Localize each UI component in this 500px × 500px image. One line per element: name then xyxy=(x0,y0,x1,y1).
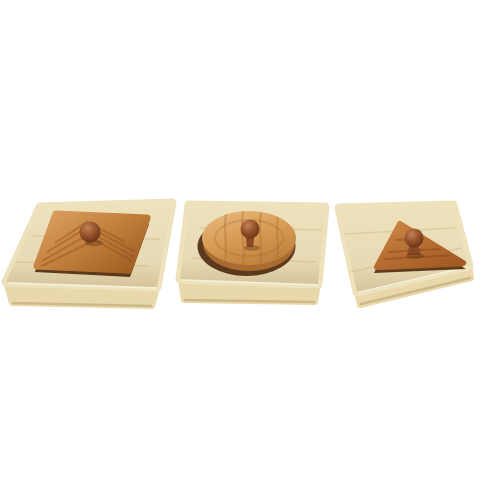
triangle-knob-icon xyxy=(405,229,424,248)
puzzles-photo xyxy=(0,0,500,500)
circle-knob-shadow xyxy=(244,245,260,251)
square-puzzle xyxy=(6,203,172,306)
circle-knob-icon xyxy=(241,220,260,239)
circle-puzzle xyxy=(180,205,325,302)
square-knob-icon xyxy=(80,222,101,243)
triangle-knob-shadow xyxy=(406,253,424,259)
photo-canvas xyxy=(0,0,500,500)
triangle-puzzle xyxy=(339,205,471,305)
